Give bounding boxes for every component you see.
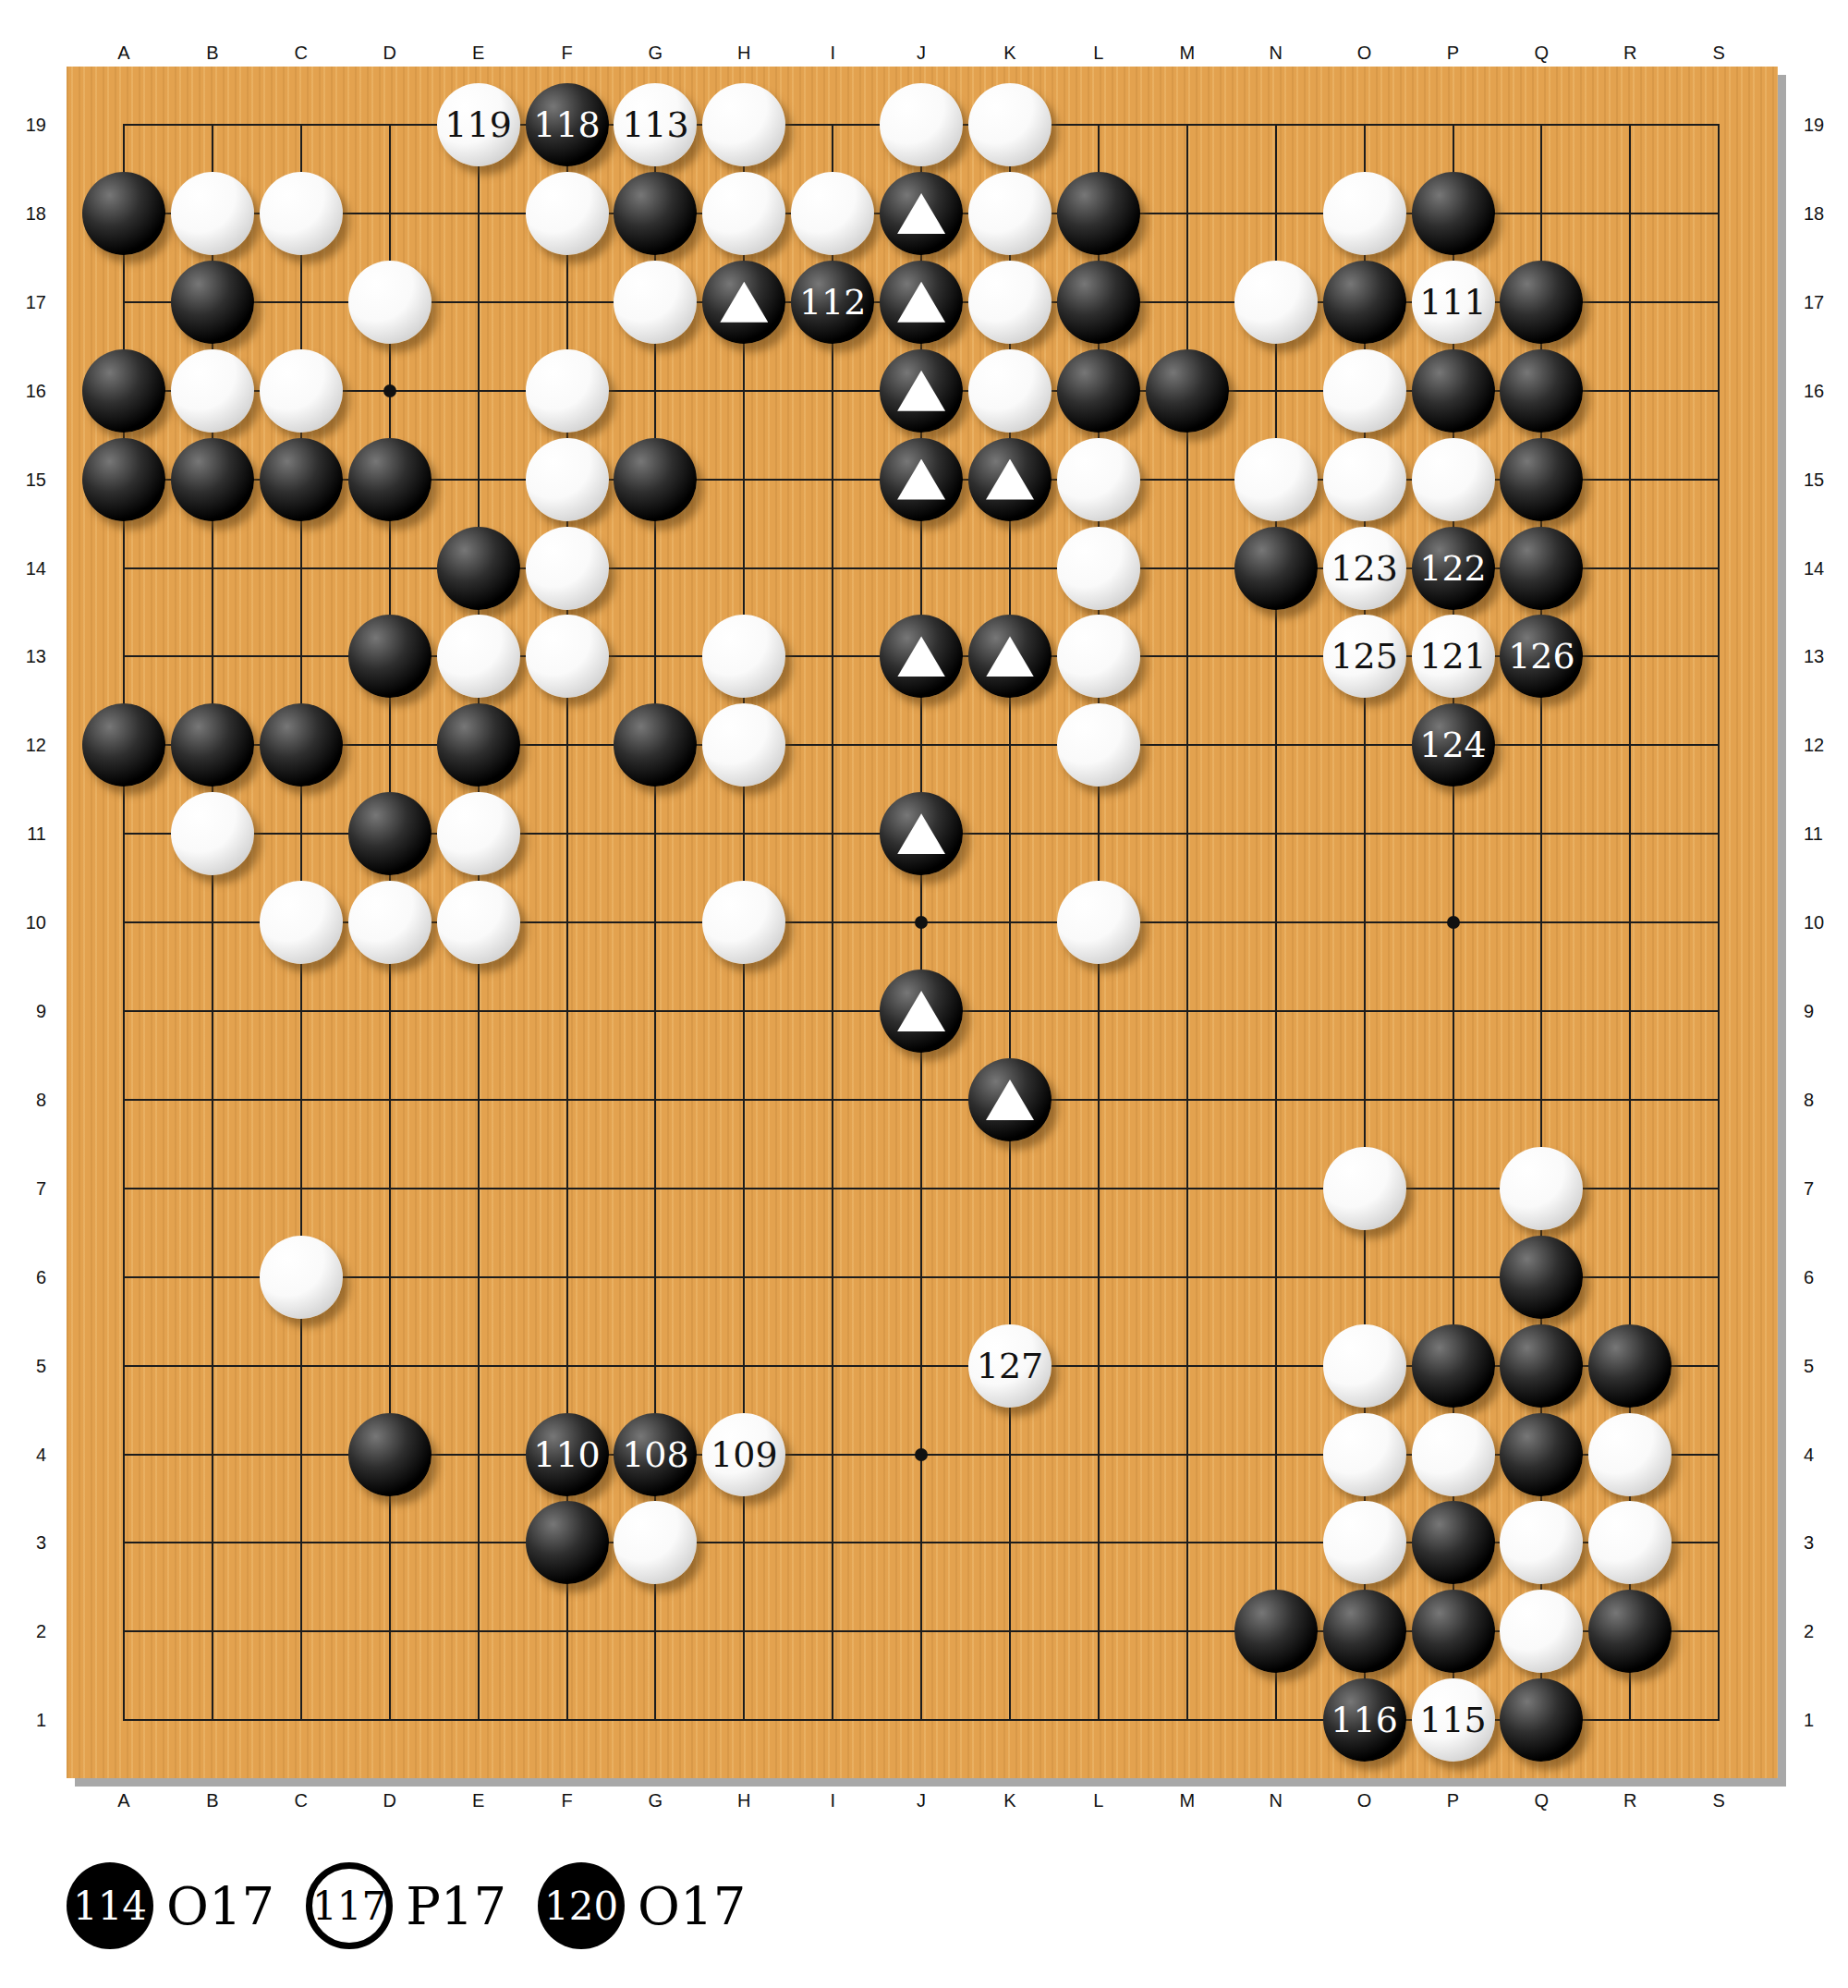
column-label-bottom: D (362, 1787, 418, 1814)
row-label-right: 13 (1804, 642, 1848, 670)
stone-black-P12: 124 (1412, 703, 1495, 787)
stone-black-N14 (1234, 527, 1318, 610)
column-label-bottom: F (540, 1787, 595, 1814)
stone-black-B12 (171, 703, 254, 787)
stone-white-Q7 (1500, 1147, 1583, 1230)
stone-white-H10 (702, 881, 785, 964)
stone-white-G3 (614, 1501, 697, 1584)
stone-white-B16 (171, 349, 254, 433)
stone-black-O2 (1323, 1590, 1406, 1673)
stone-white-I18 (791, 172, 874, 255)
stone-black-N2 (1234, 1590, 1318, 1673)
row-label-right: 19 (1804, 111, 1848, 139)
stone-black-J11 (880, 792, 963, 875)
column-label-bottom: R (1602, 1787, 1658, 1814)
stone-white-E13 (437, 615, 520, 698)
column-label-top: D (362, 39, 418, 67)
stone-white-G17 (614, 261, 697, 344)
row-label-left: 6 (0, 1263, 46, 1291)
stone-white-L12 (1057, 703, 1140, 787)
move-number-label: 115 (1419, 1702, 1487, 1738)
column-label-bottom: Q (1514, 1787, 1569, 1814)
column-label-top: L (1071, 39, 1126, 67)
go-diagram-page: 1191181131121111231221251211261241271101… (0, 0, 1848, 1988)
row-label-right: 5 (1804, 1352, 1848, 1380)
stone-white-L15 (1057, 438, 1140, 521)
stone-black-M16 (1146, 349, 1229, 433)
stone-black-G4: 108 (614, 1413, 697, 1496)
stone-white-D10 (348, 881, 432, 964)
stone-black-E14 (437, 527, 520, 610)
stone-black-G12 (614, 703, 697, 787)
column-label-bottom: I (805, 1787, 860, 1814)
column-label-bottom: N (1248, 1787, 1304, 1814)
stone-white-O15 (1323, 438, 1406, 521)
column-label-top: G (627, 39, 683, 67)
stone-white-D17 (348, 261, 432, 344)
stone-black-K13 (968, 615, 1052, 698)
row-label-left: 17 (0, 288, 46, 316)
stone-white-C6 (260, 1236, 343, 1319)
triangle-mark-icon (897, 193, 945, 234)
stone-black-Q4 (1500, 1413, 1583, 1496)
grid-line-horizontal (123, 1188, 1720, 1189)
move-number-label: 113 (622, 107, 689, 142)
stone-black-A16 (82, 349, 165, 433)
column-label-top: Q (1514, 39, 1569, 67)
column-label-top: H (716, 39, 772, 67)
stone-white-J19 (880, 83, 963, 166)
stone-white-K19 (968, 83, 1052, 166)
stone-white-Q3 (1500, 1501, 1583, 1584)
row-label-right: 18 (1804, 200, 1848, 227)
move-number-label: 118 (533, 107, 601, 142)
stone-white-H4: 109 (702, 1413, 785, 1496)
caption-stone-black-114: 114 (67, 1862, 153, 1949)
triangle-mark-icon (897, 813, 945, 854)
stone-black-D4 (348, 1413, 432, 1496)
stone-black-P18 (1412, 172, 1495, 255)
stone-white-F13 (526, 615, 609, 698)
stone-black-C12 (260, 703, 343, 787)
stone-white-H18 (702, 172, 785, 255)
caption-move-number: 114 (73, 1884, 147, 1929)
stone-white-O7 (1323, 1147, 1406, 1230)
stone-white-H12 (702, 703, 785, 787)
column-label-top: C (274, 39, 329, 67)
move-number-label: 123 (1331, 551, 1398, 586)
stone-white-H19 (702, 83, 785, 166)
stone-black-P14: 122 (1412, 527, 1495, 610)
triangle-mark-icon (897, 282, 945, 323)
stone-black-A18 (82, 172, 165, 255)
move-number-label: 110 (533, 1437, 601, 1472)
column-label-top: S (1691, 39, 1746, 67)
stone-black-F3 (526, 1501, 609, 1584)
caption-move-number: 117 (312, 1884, 386, 1929)
column-label-top: P (1426, 39, 1481, 67)
column-label-top: M (1160, 39, 1215, 67)
stone-black-R2 (1588, 1590, 1672, 1673)
triangle-mark-icon (720, 282, 768, 323)
column-label-top: K (982, 39, 1038, 67)
triangle-mark-icon (897, 636, 945, 677)
row-label-right: 14 (1804, 555, 1848, 582)
row-label-left: 15 (0, 466, 46, 494)
stone-black-Q14 (1500, 527, 1583, 610)
stone-white-O16 (1323, 349, 1406, 433)
column-label-bottom: M (1160, 1787, 1215, 1814)
stone-white-H13 (702, 615, 785, 698)
stone-black-H17 (702, 261, 785, 344)
stone-black-L16 (1057, 349, 1140, 433)
move-number-label: 116 (1331, 1702, 1398, 1738)
stone-black-D13 (348, 615, 432, 698)
caption-move-number: 120 (544, 1884, 618, 1929)
stone-white-P17: 111 (1412, 261, 1495, 344)
go-board[interactable]: 1191181131121111231221251211261241271101… (67, 67, 1778, 1778)
stone-black-P3 (1412, 1501, 1495, 1584)
row-label-right: 4 (1804, 1441, 1848, 1469)
column-label-bottom: C (274, 1787, 329, 1814)
stone-white-N17 (1234, 261, 1318, 344)
column-label-top: F (540, 39, 595, 67)
column-label-top: R (1602, 39, 1658, 67)
column-label-bottom: E (451, 1787, 506, 1814)
stone-black-Q6 (1500, 1236, 1583, 1319)
row-label-right: 9 (1804, 997, 1848, 1025)
stone-white-P13: 121 (1412, 615, 1495, 698)
stone-black-K15 (968, 438, 1052, 521)
move-number-label: 126 (1508, 639, 1575, 674)
stone-black-Q17 (1500, 261, 1583, 344)
caption-stone-black-120: 120 (538, 1862, 625, 1949)
column-label-bottom: L (1071, 1787, 1126, 1814)
stone-black-D11 (348, 792, 432, 875)
row-label-right: 16 (1804, 377, 1848, 405)
stone-black-B17 (171, 261, 254, 344)
row-label-left: 5 (0, 1352, 46, 1380)
row-label-left: 4 (0, 1441, 46, 1469)
row-label-left: 11 (0, 820, 46, 848)
stone-black-Q15 (1500, 438, 1583, 521)
row-label-left: 18 (0, 200, 46, 227)
stone-white-E19: 119 (437, 83, 520, 166)
column-label-top: B (185, 39, 240, 67)
row-label-left: 19 (0, 111, 46, 139)
stone-black-O17 (1323, 261, 1406, 344)
move-number-label: 127 (977, 1348, 1044, 1384)
stone-white-R3 (1588, 1501, 1672, 1584)
column-label-top: A (96, 39, 152, 67)
triangle-mark-icon (897, 371, 945, 411)
move-number-label: 111 (1419, 285, 1487, 320)
stone-white-O13: 125 (1323, 615, 1406, 698)
stone-white-O18 (1323, 172, 1406, 255)
row-label-right: 15 (1804, 466, 1848, 494)
stone-white-C10 (260, 881, 343, 964)
stone-white-E11 (437, 792, 520, 875)
stone-white-G19: 113 (614, 83, 697, 166)
star-point (1447, 916, 1460, 929)
move-number-label: 125 (1331, 639, 1398, 674)
row-label-left: 8 (0, 1086, 46, 1114)
stone-black-G18 (614, 172, 697, 255)
stone-black-F19: 118 (526, 83, 609, 166)
stone-white-O4 (1323, 1413, 1406, 1496)
stone-black-P2 (1412, 1590, 1495, 1673)
row-label-left: 10 (0, 909, 46, 936)
stone-black-J15 (880, 438, 963, 521)
column-label-top: O (1337, 39, 1392, 67)
column-label-bottom: B (185, 1787, 240, 1814)
stone-white-L10 (1057, 881, 1140, 964)
stone-white-C18 (260, 172, 343, 255)
stone-white-P1: 115 (1412, 1678, 1495, 1762)
row-label-right: 12 (1804, 731, 1848, 759)
row-label-left: 3 (0, 1529, 46, 1556)
stone-white-F18 (526, 172, 609, 255)
stone-black-P5 (1412, 1324, 1495, 1408)
stone-white-K18 (968, 172, 1052, 255)
triangle-mark-icon (986, 459, 1034, 500)
stone-black-I17: 112 (791, 261, 874, 344)
stone-white-K5: 127 (968, 1324, 1052, 1408)
stone-white-R4 (1588, 1413, 1672, 1496)
move-number-label: 108 (622, 1437, 689, 1472)
move-number-label: 119 (444, 107, 512, 142)
stone-black-G15 (614, 438, 697, 521)
grid-line-vertical (1718, 124, 1720, 1721)
stone-black-D15 (348, 438, 432, 521)
stone-white-E10 (437, 881, 520, 964)
stone-black-R5 (1588, 1324, 1672, 1408)
move-number-label: 112 (799, 285, 867, 320)
row-label-right: 2 (1804, 1617, 1848, 1645)
stone-black-Q1 (1500, 1678, 1583, 1762)
move-number-label: 124 (1419, 727, 1487, 762)
star-point (915, 916, 928, 929)
caption: 114 O17 117 P17 120 O17 (67, 1860, 777, 1952)
column-label-top: I (805, 39, 860, 67)
stone-black-L18 (1057, 172, 1140, 255)
stone-black-Q16 (1500, 349, 1583, 433)
triangle-mark-icon (986, 1079, 1034, 1120)
stone-white-L13 (1057, 615, 1140, 698)
triangle-mark-icon (986, 636, 1034, 677)
stone-black-K8 (968, 1058, 1052, 1141)
stone-white-F14 (526, 527, 609, 610)
row-label-right: 10 (1804, 909, 1848, 936)
stone-white-L14 (1057, 527, 1140, 610)
stone-white-P4 (1412, 1413, 1495, 1496)
stone-black-F4: 110 (526, 1413, 609, 1496)
stone-white-P15 (1412, 438, 1495, 521)
stone-black-J9 (880, 970, 963, 1053)
column-label-bottom: K (982, 1787, 1038, 1814)
row-label-left: 9 (0, 997, 46, 1025)
row-label-right: 1 (1804, 1706, 1848, 1734)
stone-white-O5 (1323, 1324, 1406, 1408)
stone-white-Q2 (1500, 1590, 1583, 1673)
row-label-left: 12 (0, 731, 46, 759)
row-label-right: 17 (1804, 288, 1848, 316)
move-number-label: 121 (1419, 639, 1487, 674)
row-label-left: 2 (0, 1617, 46, 1645)
stone-black-J18 (880, 172, 963, 255)
stone-black-P16 (1412, 349, 1495, 433)
stone-white-K17 (968, 261, 1052, 344)
column-label-bottom: H (716, 1787, 772, 1814)
column-label-bottom: J (894, 1787, 949, 1814)
stone-black-E12 (437, 703, 520, 787)
grid-line-horizontal (123, 1099, 1720, 1101)
triangle-mark-icon (897, 459, 945, 500)
row-label-right: 7 (1804, 1175, 1848, 1202)
star-point (915, 1448, 928, 1461)
stone-black-O1: 116 (1323, 1678, 1406, 1762)
stone-black-A15 (82, 438, 165, 521)
column-label-bottom: A (96, 1787, 152, 1814)
stone-black-C15 (260, 438, 343, 521)
stone-white-K16 (968, 349, 1052, 433)
stone-black-Q5 (1500, 1324, 1583, 1408)
row-label-right: 3 (1804, 1529, 1848, 1556)
caption-move-coordinate: P17 (406, 1876, 506, 1936)
stone-white-N15 (1234, 438, 1318, 521)
stone-black-B15 (171, 438, 254, 521)
stone-black-J13 (880, 615, 963, 698)
star-point (383, 384, 396, 397)
row-label-right: 11 (1804, 820, 1848, 848)
row-label-left: 16 (0, 377, 46, 405)
row-label-left: 13 (0, 642, 46, 670)
row-label-left: 7 (0, 1175, 46, 1202)
row-label-left: 14 (0, 555, 46, 582)
grid-line-vertical (1275, 124, 1277, 1721)
row-label-left: 1 (0, 1706, 46, 1734)
row-label-right: 8 (1804, 1086, 1848, 1114)
caption-move-coordinate: O17 (166, 1876, 274, 1936)
grid-line-horizontal (123, 1276, 1720, 1278)
stone-white-B18 (171, 172, 254, 255)
stone-white-O14: 123 (1323, 527, 1406, 610)
stone-white-F16 (526, 349, 609, 433)
column-label-top: J (894, 39, 949, 67)
stone-black-L17 (1057, 261, 1140, 344)
stone-black-J16 (880, 349, 963, 433)
stone-black-J17 (880, 261, 963, 344)
stone-black-A12 (82, 703, 165, 787)
move-number-label: 109 (711, 1437, 778, 1472)
column-label-bottom: G (627, 1787, 683, 1814)
caption-stone-white-117: 117 (306, 1862, 393, 1949)
stone-white-O3 (1323, 1501, 1406, 1584)
stone-white-C16 (260, 349, 343, 433)
column-label-top: E (451, 39, 506, 67)
stone-black-Q13: 126 (1500, 615, 1583, 698)
column-label-bottom: P (1426, 1787, 1481, 1814)
stone-white-B11 (171, 792, 254, 875)
column-label-top: N (1248, 39, 1304, 67)
stone-white-F15 (526, 438, 609, 521)
column-label-bottom: O (1337, 1787, 1392, 1814)
caption-move-coordinate: O17 (638, 1876, 746, 1936)
row-label-right: 6 (1804, 1263, 1848, 1291)
triangle-mark-icon (897, 991, 945, 1031)
move-number-label: 122 (1419, 551, 1487, 586)
column-label-bottom: S (1691, 1787, 1746, 1814)
